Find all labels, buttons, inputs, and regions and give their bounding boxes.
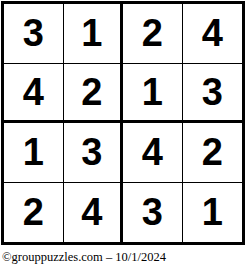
sudoku-cell-r3c2: 3 — [64, 123, 124, 183]
sudoku-cell-r2c2: 2 — [64, 64, 124, 124]
sudoku-cell-r4c1: 2 — [4, 183, 64, 243]
sudoku-cell-r3c1: 1 — [4, 123, 64, 183]
copyright-footer: ©grouppuzzles.com – 10/1/2024 — [2, 249, 166, 265]
sudoku-board: 3124421313422431 — [1, 1, 245, 245]
sudoku-cell-r2c1: 4 — [4, 64, 64, 124]
sudoku-cell-r3c4: 2 — [183, 123, 243, 183]
sudoku-cell-r1c1: 3 — [4, 4, 64, 64]
sudoku-cell-r1c3: 2 — [123, 4, 183, 64]
sudoku-cell-r4c3: 3 — [123, 183, 183, 243]
sudoku-cell-r2c4: 3 — [183, 64, 243, 124]
sudoku-cell-r3c3: 4 — [123, 123, 183, 183]
sudoku-cell-r1c4: 4 — [183, 4, 243, 64]
sudoku-cell-r2c3: 1 — [123, 64, 183, 124]
sudoku-cell-r4c2: 4 — [64, 183, 124, 243]
sudoku-cell-r1c2: 1 — [64, 4, 124, 64]
sudoku-cell-r4c4: 1 — [183, 183, 243, 243]
